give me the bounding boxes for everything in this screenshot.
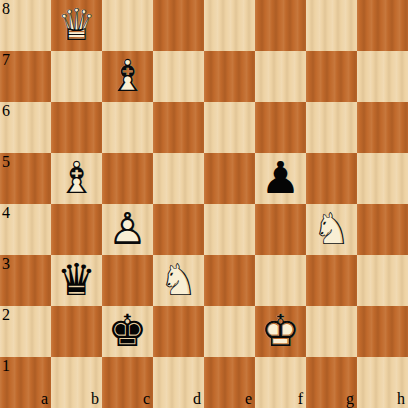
square-g6[interactable] [306, 102, 357, 153]
square-c3[interactable] [102, 255, 153, 306]
square-f7[interactable] [255, 51, 306, 102]
square-g5[interactable] [306, 153, 357, 204]
file-label: a [41, 391, 48, 407]
square-a1[interactable]: 1a [0, 357, 51, 408]
square-h7[interactable] [357, 51, 408, 102]
square-e2[interactable] [204, 306, 255, 357]
square-b3[interactable]: ♛ [51, 255, 102, 306]
square-e3[interactable] [204, 255, 255, 306]
square-b1[interactable]: b [51, 357, 102, 408]
white-knight-outline-icon: ♘ [306, 204, 357, 255]
square-b6[interactable] [51, 102, 102, 153]
square-b4[interactable] [51, 204, 102, 255]
square-f6[interactable] [255, 102, 306, 153]
file-label: e [245, 391, 252, 407]
black-king-icon: ♚ [102, 306, 153, 357]
piece-black-king[interactable]: ♚ [102, 306, 153, 357]
square-c7[interactable]: ♝♗ [102, 51, 153, 102]
square-g3[interactable] [306, 255, 357, 306]
black-pawn-icon: ♟ [255, 153, 306, 204]
square-c8[interactable] [102, 0, 153, 51]
rank-label: 4 [2, 205, 10, 221]
square-a2[interactable]: 2 [0, 306, 51, 357]
rank-label: 8 [2, 1, 10, 17]
square-e8[interactable] [204, 0, 255, 51]
square-d1[interactable]: d [153, 357, 204, 408]
square-d4[interactable] [153, 204, 204, 255]
square-b7[interactable] [51, 51, 102, 102]
square-d6[interactable] [153, 102, 204, 153]
square-c1[interactable]: c [102, 357, 153, 408]
rank-label: 3 [2, 256, 10, 272]
square-e5[interactable] [204, 153, 255, 204]
black-queen-icon: ♛ [51, 255, 102, 306]
square-h2[interactable] [357, 306, 408, 357]
square-d2[interactable] [153, 306, 204, 357]
white-pawn-outline-icon: ♙ [102, 204, 153, 255]
square-a7[interactable]: 7 [0, 51, 51, 102]
file-label: h [397, 391, 405, 407]
square-g7[interactable] [306, 51, 357, 102]
square-a3[interactable]: 3 [0, 255, 51, 306]
square-d5[interactable] [153, 153, 204, 204]
square-f1[interactable]: f [255, 357, 306, 408]
file-label: f [298, 391, 303, 407]
square-g2[interactable] [306, 306, 357, 357]
square-h8[interactable] [357, 0, 408, 51]
rank-label: 2 [2, 307, 10, 323]
square-d8[interactable] [153, 0, 204, 51]
square-b8[interactable]: ♛♕ [51, 0, 102, 51]
square-a8[interactable]: 8 [0, 0, 51, 51]
piece-black-queen[interactable]: ♛ [51, 255, 102, 306]
piece-white-pawn[interactable]: ♟♙ [102, 204, 153, 255]
file-label: b [91, 391, 99, 407]
square-b5[interactable]: ♝♗ [51, 153, 102, 204]
square-g1[interactable]: g [306, 357, 357, 408]
square-g4[interactable]: ♞♘ [306, 204, 357, 255]
piece-white-knight[interactable]: ♞♘ [306, 204, 357, 255]
square-a4[interactable]: 4 [0, 204, 51, 255]
white-bishop-outline-icon: ♗ [102, 51, 153, 102]
square-f2[interactable]: ♚♔ [255, 306, 306, 357]
piece-white-queen[interactable]: ♛♕ [51, 0, 102, 51]
square-h5[interactable] [357, 153, 408, 204]
rank-label: 7 [2, 52, 10, 68]
rank-label: 5 [2, 154, 10, 170]
square-e4[interactable] [204, 204, 255, 255]
square-h3[interactable] [357, 255, 408, 306]
file-label: c [143, 391, 150, 407]
square-f8[interactable] [255, 0, 306, 51]
square-e1[interactable]: e [204, 357, 255, 408]
rank-label: 1 [2, 358, 10, 374]
square-c6[interactable] [102, 102, 153, 153]
square-h6[interactable] [357, 102, 408, 153]
white-bishop-outline-icon: ♗ [51, 153, 102, 204]
piece-white-knight[interactable]: ♞♘ [153, 255, 204, 306]
piece-black-pawn[interactable]: ♟ [255, 153, 306, 204]
piece-white-king[interactable]: ♚♔ [255, 306, 306, 357]
square-c2[interactable]: ♚ [102, 306, 153, 357]
chess-board: 8♛♕7♝♗65♝♗♟4♟♙♞♘3♛♞♘2♚♚♔1abcdefgh [0, 0, 408, 408]
file-label: g [346, 391, 354, 407]
square-e6[interactable] [204, 102, 255, 153]
square-f5[interactable]: ♟ [255, 153, 306, 204]
file-label: d [193, 391, 201, 407]
piece-white-bishop[interactable]: ♝♗ [102, 51, 153, 102]
square-f4[interactable] [255, 204, 306, 255]
square-c4[interactable]: ♟♙ [102, 204, 153, 255]
square-f3[interactable] [255, 255, 306, 306]
square-h4[interactable] [357, 204, 408, 255]
rank-label: 6 [2, 103, 10, 119]
square-c5[interactable] [102, 153, 153, 204]
square-e7[interactable] [204, 51, 255, 102]
square-h1[interactable]: h [357, 357, 408, 408]
square-a5[interactable]: 5 [0, 153, 51, 204]
white-king-outline-icon: ♔ [255, 306, 306, 357]
white-knight-outline-icon: ♘ [153, 255, 204, 306]
square-g8[interactable] [306, 0, 357, 51]
square-a6[interactable]: 6 [0, 102, 51, 153]
piece-white-bishop[interactable]: ♝♗ [51, 153, 102, 204]
white-queen-outline-icon: ♕ [51, 0, 102, 51]
square-b2[interactable] [51, 306, 102, 357]
square-d7[interactable] [153, 51, 204, 102]
square-d3[interactable]: ♞♘ [153, 255, 204, 306]
